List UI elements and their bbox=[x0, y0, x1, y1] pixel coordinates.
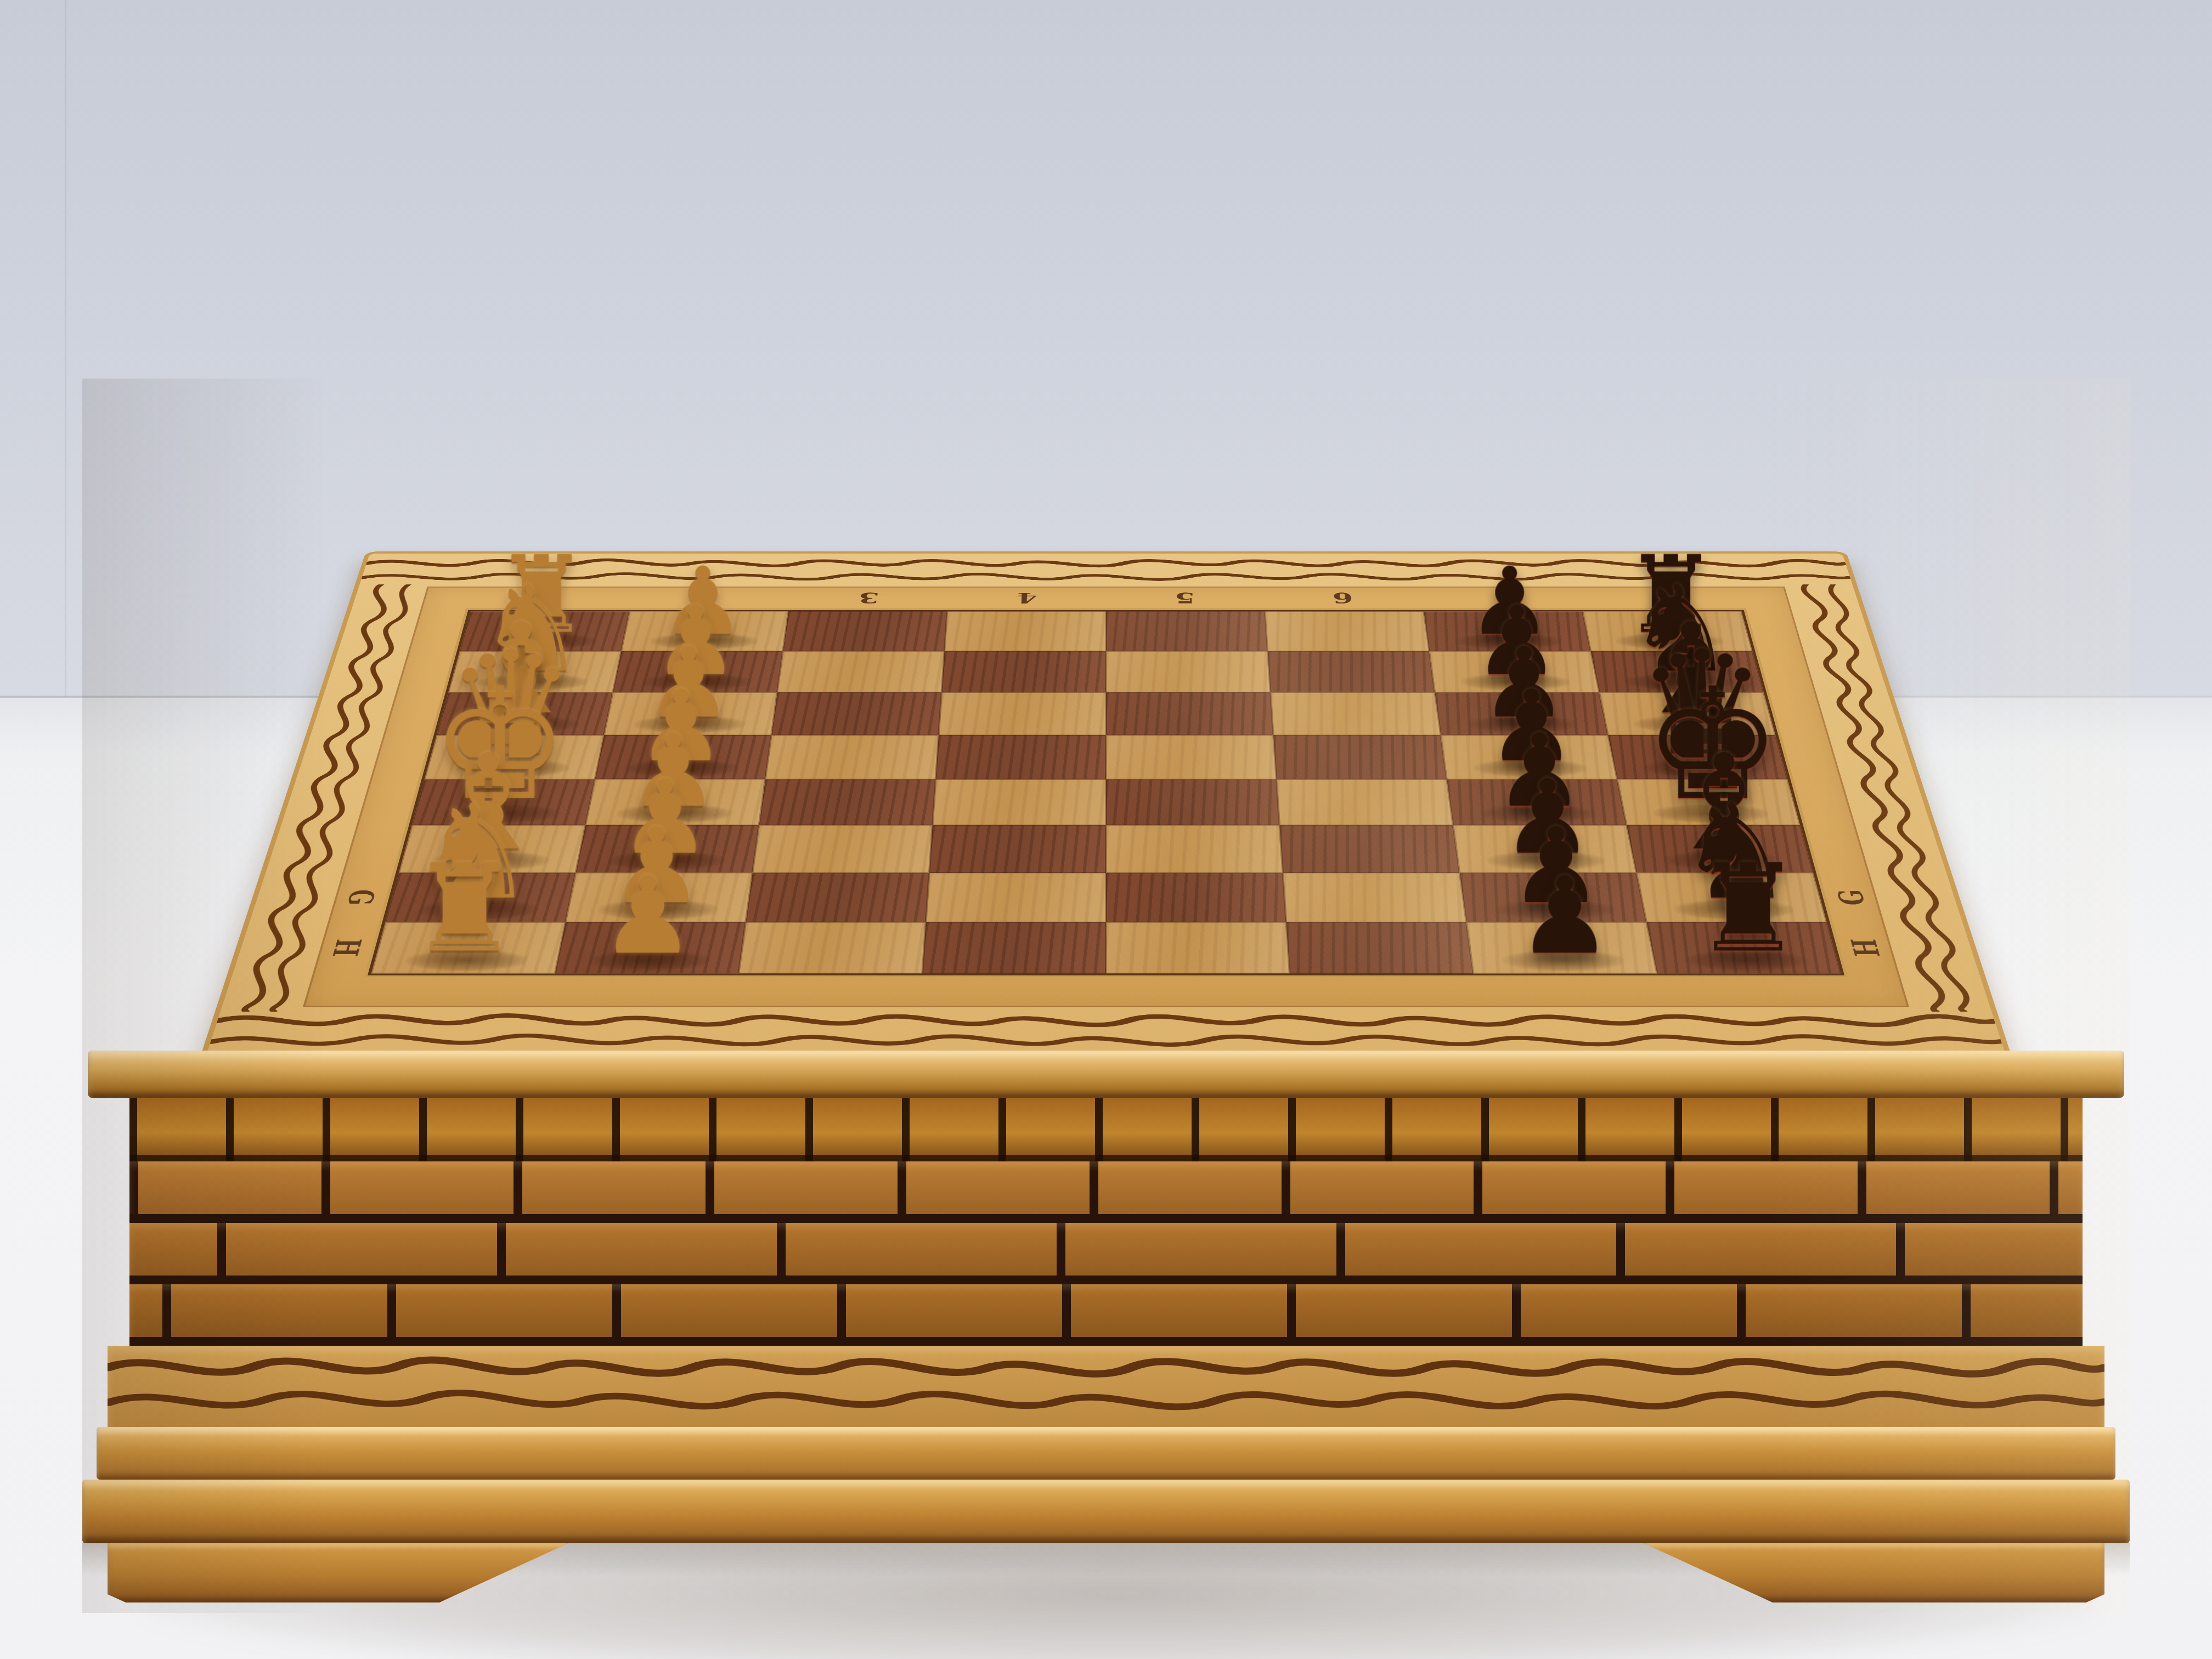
box-front-face bbox=[82, 1051, 2130, 1602]
square-c3[interactable] bbox=[771, 692, 941, 735]
square-c4[interactable] bbox=[939, 692, 1106, 735]
square-a4[interactable] bbox=[944, 611, 1106, 651]
crackle-border-near bbox=[206, 1005, 2006, 1055]
top-molding-edge bbox=[88, 1051, 2124, 1098]
square-h3[interactable] bbox=[738, 922, 926, 974]
white-pawn-h2[interactable]: ♟ bbox=[600, 863, 695, 969]
board-top-surface: 3456 GH GH ♜♟♟♜♞♟♟♞♝♟♟♝♛♟♟♛♚♟♟♚♝♟♟♝♞♟♟♞♜… bbox=[206, 554, 2006, 1055]
black-rook-h8[interactable]: ♜ bbox=[1694, 848, 1802, 969]
square-e6[interactable] bbox=[1277, 780, 1453, 826]
square-e5[interactable] bbox=[1106, 780, 1279, 826]
far-edge-label: 3 bbox=[858, 589, 880, 606]
far-edge-slot-6: 6 bbox=[1263, 586, 1423, 610]
square-h7[interactable]: ♟ bbox=[1466, 922, 1657, 974]
square-h5[interactable] bbox=[1106, 922, 1290, 974]
far-edge-label: 6 bbox=[1332, 589, 1354, 606]
right-edge-label: G bbox=[1829, 889, 1872, 905]
square-h4[interactable] bbox=[922, 922, 1106, 974]
right-edge-slot-5 bbox=[1791, 780, 1856, 826]
base-molding-lower bbox=[82, 1480, 2130, 1543]
carved-chess-box: 3456 GH GH ♜♟♟♜♞♟♟♞♝♟♟♝♛♟♟♛♚♟♟♚♝♟♟♝♞♟♟♞♜… bbox=[82, 379, 2130, 1613]
square-g5[interactable] bbox=[1106, 873, 1286, 922]
right-edge-label: H bbox=[1843, 939, 1887, 957]
board-top-perspective: 3456 GH GH ♜♟♟♜♞♟♟♞♝♟♟♝♛♟♟♛♚♟♟♚♝♟♟♝♞♟♟♞♜… bbox=[82, 379, 2130, 1051]
square-a6[interactable] bbox=[1265, 611, 1430, 651]
left-edge-label: H bbox=[324, 939, 369, 957]
square-c5[interactable] bbox=[1106, 692, 1273, 735]
board-grid: ♜♟♟♜♞♟♟♞♝♟♟♝♛♟♟♛♚♟♟♚♝♟♟♝♞♟♟♞♜♟♟♜ bbox=[371, 611, 1841, 973]
crackle-band-front bbox=[108, 1346, 2104, 1427]
square-h8[interactable]: ♜ bbox=[1646, 922, 1841, 974]
square-a5[interactable] bbox=[1106, 611, 1268, 651]
square-f4[interactable] bbox=[929, 825, 1106, 873]
brick-course-3 bbox=[129, 1284, 2083, 1346]
base-molding-upper bbox=[97, 1427, 2115, 1480]
wall-corner-line bbox=[65, 0, 66, 697]
square-g6[interactable] bbox=[1283, 873, 1466, 922]
square-d3[interactable] bbox=[765, 735, 939, 780]
square-a3[interactable] bbox=[783, 611, 947, 651]
square-h1[interactable]: ♜ bbox=[371, 922, 566, 974]
far-edge-slot-4: 4 bbox=[947, 586, 1106, 610]
notched-band bbox=[129, 1098, 2083, 1161]
brick-course-2 bbox=[129, 1223, 2083, 1284]
brick-course-1 bbox=[129, 1161, 2083, 1223]
feet-row bbox=[82, 1543, 2130, 1602]
left-edge-label: G bbox=[340, 889, 383, 905]
square-f5[interactable] bbox=[1106, 825, 1283, 873]
square-h2[interactable]: ♟ bbox=[555, 922, 746, 974]
square-b4[interactable] bbox=[941, 651, 1106, 692]
left-edge-slot-5 bbox=[356, 780, 420, 826]
right-foot bbox=[1644, 1543, 2104, 1602]
far-edge-label: 5 bbox=[1175, 589, 1195, 606]
square-e4[interactable] bbox=[933, 780, 1106, 826]
square-c6[interactable] bbox=[1271, 692, 1441, 735]
square-f6[interactable] bbox=[1279, 825, 1459, 873]
square-b3[interactable] bbox=[777, 651, 945, 692]
square-d5[interactable] bbox=[1106, 735, 1277, 780]
square-f3[interactable] bbox=[753, 825, 933, 873]
left-foot bbox=[108, 1543, 568, 1602]
far-edge-slot-5: 5 bbox=[1106, 586, 1265, 610]
square-d4[interactable] bbox=[935, 735, 1106, 780]
square-g4[interactable] bbox=[926, 873, 1106, 922]
square-d6[interactable] bbox=[1273, 735, 1447, 780]
square-e3[interactable] bbox=[759, 780, 935, 826]
square-h6[interactable] bbox=[1286, 922, 1473, 974]
far-edge-label: 4 bbox=[1017, 589, 1037, 606]
square-b6[interactable] bbox=[1268, 651, 1435, 692]
black-pawn-h7[interactable]: ♟ bbox=[1517, 863, 1612, 969]
far-edge-slot-3: 3 bbox=[788, 586, 949, 610]
white-rook-h1[interactable]: ♜ bbox=[410, 848, 518, 969]
square-b5[interactable] bbox=[1106, 651, 1271, 692]
square-g3[interactable] bbox=[746, 873, 929, 922]
